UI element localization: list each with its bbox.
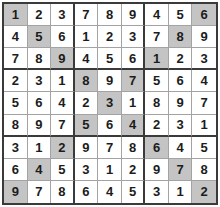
sudoku-cell-r2c8[interactable]: 8 <box>169 26 193 48</box>
sudoku-cell-r3c1[interactable]: 7 <box>4 48 28 70</box>
sudoku-cell-r6c5[interactable]: 6 <box>98 115 122 137</box>
sudoku-page: 1237894564561237897894561232318975645642… <box>0 0 220 207</box>
sudoku-cell-r2c4[interactable]: 1 <box>75 26 99 48</box>
sudoku-cell-r1c2[interactable]: 2 <box>28 4 52 26</box>
sudoku-cell-r4c8[interactable]: 6 <box>169 70 193 92</box>
sudoku-cell-r6c9[interactable]: 1 <box>192 115 216 137</box>
sudoku-cell-r9c5[interactable]: 4 <box>98 181 122 203</box>
sudoku-cell-r8c9[interactable]: 8 <box>192 159 216 181</box>
sudoku-cell-r2c6[interactable]: 3 <box>122 26 146 48</box>
sudoku-cell-r8c6[interactable]: 2 <box>122 159 146 181</box>
sudoku-cell-r6c3[interactable]: 7 <box>51 115 75 137</box>
sudoku-cell-r4c5[interactable]: 9 <box>98 70 122 92</box>
sudoku-cell-r9c9[interactable]: 2 <box>192 181 216 203</box>
sudoku-cell-r5c8[interactable]: 9 <box>169 92 193 114</box>
sudoku-cell-r7c3[interactable]: 2 <box>51 137 75 159</box>
sudoku-cell-r5c1[interactable]: 5 <box>4 92 28 114</box>
sudoku-cell-r1c4[interactable]: 7 <box>75 4 99 26</box>
sudoku-cell-r2c9[interactable]: 9 <box>192 26 216 48</box>
sudoku-cell-r2c1[interactable]: 4 <box>4 26 28 48</box>
sudoku-cell-r3c4[interactable]: 4 <box>75 48 99 70</box>
sudoku-cell-r9c2[interactable]: 7 <box>28 181 52 203</box>
sudoku-cell-r1c7[interactable]: 4 <box>145 4 169 26</box>
sudoku-cell-r9c6[interactable]: 5 <box>122 181 146 203</box>
sudoku-cell-r5c3[interactable]: 4 <box>51 92 75 114</box>
sudoku-cell-r8c3[interactable]: 5 <box>51 159 75 181</box>
sudoku-cell-r4c4[interactable]: 8 <box>75 70 99 92</box>
sudoku-cell-r5c2[interactable]: 6 <box>28 92 52 114</box>
sudoku-cell-r1c6[interactable]: 9 <box>122 4 146 26</box>
sudoku-cell-r9c7[interactable]: 3 <box>145 181 169 203</box>
sudoku-cell-r3c6[interactable]: 6 <box>122 48 146 70</box>
sudoku-cell-r4c3[interactable]: 1 <box>51 70 75 92</box>
sudoku-cell-r4c6[interactable]: 7 <box>122 70 146 92</box>
sudoku-board: 1237894564561237897894561232318975645642… <box>2 2 218 205</box>
sudoku-cell-r5c4[interactable]: 2 <box>75 92 99 114</box>
sudoku-cell-r1c9[interactable]: 6 <box>192 4 216 26</box>
sudoku-cell-r7c7[interactable]: 6 <box>145 137 169 159</box>
sudoku-cell-r2c7[interactable]: 7 <box>145 26 169 48</box>
sudoku-cell-r5c6[interactable]: 1 <box>122 92 146 114</box>
sudoku-cell-r2c3[interactable]: 6 <box>51 26 75 48</box>
sudoku-cell-r7c4[interactable]: 9 <box>75 137 99 159</box>
sudoku-cell-r3c9[interactable]: 3 <box>192 48 216 70</box>
sudoku-cell-r9c8[interactable]: 1 <box>169 181 193 203</box>
sudoku-cell-r5c5[interactable]: 3 <box>98 92 122 114</box>
sudoku-cell-r8c4[interactable]: 3 <box>75 159 99 181</box>
sudoku-cell-r7c1[interactable]: 3 <box>4 137 28 159</box>
sudoku-cell-r8c2[interactable]: 4 <box>28 159 52 181</box>
sudoku-cell-r3c3[interactable]: 9 <box>51 48 75 70</box>
sudoku-cell-r3c7[interactable]: 1 <box>145 48 169 70</box>
sudoku-cell-r9c4[interactable]: 6 <box>75 181 99 203</box>
sudoku-cell-r1c1[interactable]: 1 <box>4 4 28 26</box>
sudoku-cell-r8c5[interactable]: 1 <box>98 159 122 181</box>
sudoku-cell-r6c1[interactable]: 8 <box>4 115 28 137</box>
sudoku-cell-r3c8[interactable]: 2 <box>169 48 193 70</box>
sudoku-cell-r5c9[interactable]: 7 <box>192 92 216 114</box>
sudoku-cell-r7c2[interactable]: 1 <box>28 137 52 159</box>
sudoku-cell-r8c1[interactable]: 6 <box>4 159 28 181</box>
sudoku-cell-r1c8[interactable]: 5 <box>169 4 193 26</box>
sudoku-cell-r2c5[interactable]: 2 <box>98 26 122 48</box>
sudoku-cell-r7c9[interactable]: 5 <box>192 137 216 159</box>
sudoku-cell-r4c1[interactable]: 2 <box>4 70 28 92</box>
sudoku-cell-r4c7[interactable]: 5 <box>145 70 169 92</box>
sudoku-cell-r5c7[interactable]: 8 <box>145 92 169 114</box>
sudoku-cell-r4c9[interactable]: 4 <box>192 70 216 92</box>
sudoku-cell-r9c1[interactable]: 9 <box>4 181 28 203</box>
sudoku-cell-r6c7[interactable]: 2 <box>145 115 169 137</box>
sudoku-cell-r3c2[interactable]: 8 <box>28 48 52 70</box>
sudoku-cell-r9c3[interactable]: 8 <box>51 181 75 203</box>
sudoku-cell-r2c2[interactable]: 5 <box>28 26 52 48</box>
sudoku-cell-r4c2[interactable]: 3 <box>28 70 52 92</box>
sudoku-cell-r8c7[interactable]: 9 <box>145 159 169 181</box>
sudoku-cell-r7c6[interactable]: 8 <box>122 137 146 159</box>
sudoku-cell-r7c8[interactable]: 4 <box>169 137 193 159</box>
sudoku-cell-r7c5[interactable]: 7 <box>98 137 122 159</box>
sudoku-cell-r6c6[interactable]: 4 <box>122 115 146 137</box>
sudoku-cell-r3c5[interactable]: 5 <box>98 48 122 70</box>
sudoku-cell-r1c5[interactable]: 8 <box>98 4 122 26</box>
sudoku-cell-r8c8[interactable]: 7 <box>169 159 193 181</box>
sudoku-cell-r6c4[interactable]: 5 <box>75 115 99 137</box>
sudoku-cell-r6c8[interactable]: 3 <box>169 115 193 137</box>
sudoku-cell-r1c3[interactable]: 3 <box>51 4 75 26</box>
sudoku-cell-r6c2[interactable]: 9 <box>28 115 52 137</box>
